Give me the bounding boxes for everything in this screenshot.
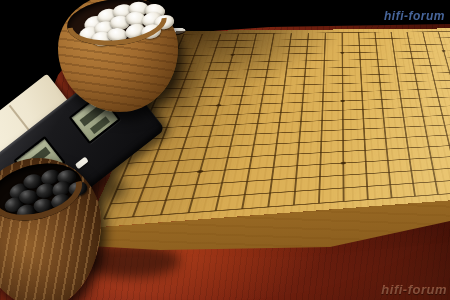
- white-stone-bowl: [58, 0, 178, 112]
- black-stone-bowl: [0, 158, 101, 300]
- watermark-top-right: hifi-forum: [384, 9, 445, 23]
- photo-scene: hifi-forum hifi-forum: [0, 0, 450, 300]
- watermark-bottom-right: hifi-forum: [381, 282, 447, 297]
